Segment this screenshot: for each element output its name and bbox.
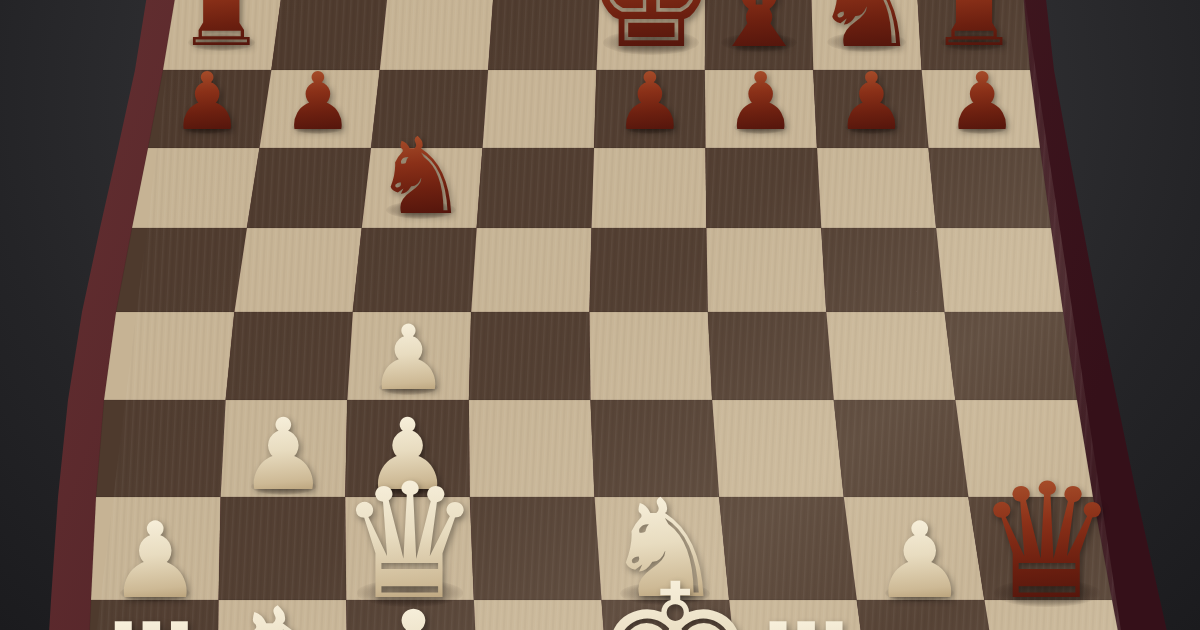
piece-red-knight-c6[interactable]: ♞ <box>374 124 469 230</box>
piece-red-pawn-g7[interactable]: ♟ <box>836 62 907 142</box>
piece-white-pawn-b3[interactable]: ♟ <box>239 406 328 505</box>
piece-white-rook-a1[interactable]: ♜ <box>93 607 209 630</box>
piece-red-queen-h2[interactable]: ♛ <box>976 463 1119 623</box>
piece-red-bishop-f8[interactable]: ♝ <box>707 0 810 64</box>
piece-red-rook-h8[interactable]: ♜ <box>929 0 1019 61</box>
piece-white-knight-b1[interactable]: ♞ <box>214 588 351 630</box>
piece-red-pawn-h7[interactable]: ♟ <box>946 62 1017 142</box>
piece-red-pawn-f7[interactable]: ♟ <box>725 62 796 142</box>
piece-white-pawn-g2[interactable]: ♟ <box>873 508 967 613</box>
piece-red-pawn-e7[interactable]: ♟ <box>614 62 685 142</box>
piece-red-pawn-a7[interactable]: ♟ <box>172 62 243 142</box>
piece-white-king-e1[interactable]: ♚ <box>591 560 759 630</box>
piece-white-bishop-c1[interactable]: ♝ <box>347 592 480 630</box>
chess-app-window: ♜♚♝♞♜♟♟♟♟♟♟♞♟♟♟♟♛♞♟♛♜♞♝♚♜ Chess game in … <box>0 0 1200 630</box>
piece-red-rook-a8[interactable]: ♜ <box>176 0 266 61</box>
piece-white-rook-f1[interactable]: ♜ <box>748 607 864 630</box>
piece-red-pawn-b7[interactable]: ♟ <box>282 62 353 142</box>
piece-white-pawn-c4[interactable]: ♟ <box>368 314 448 404</box>
